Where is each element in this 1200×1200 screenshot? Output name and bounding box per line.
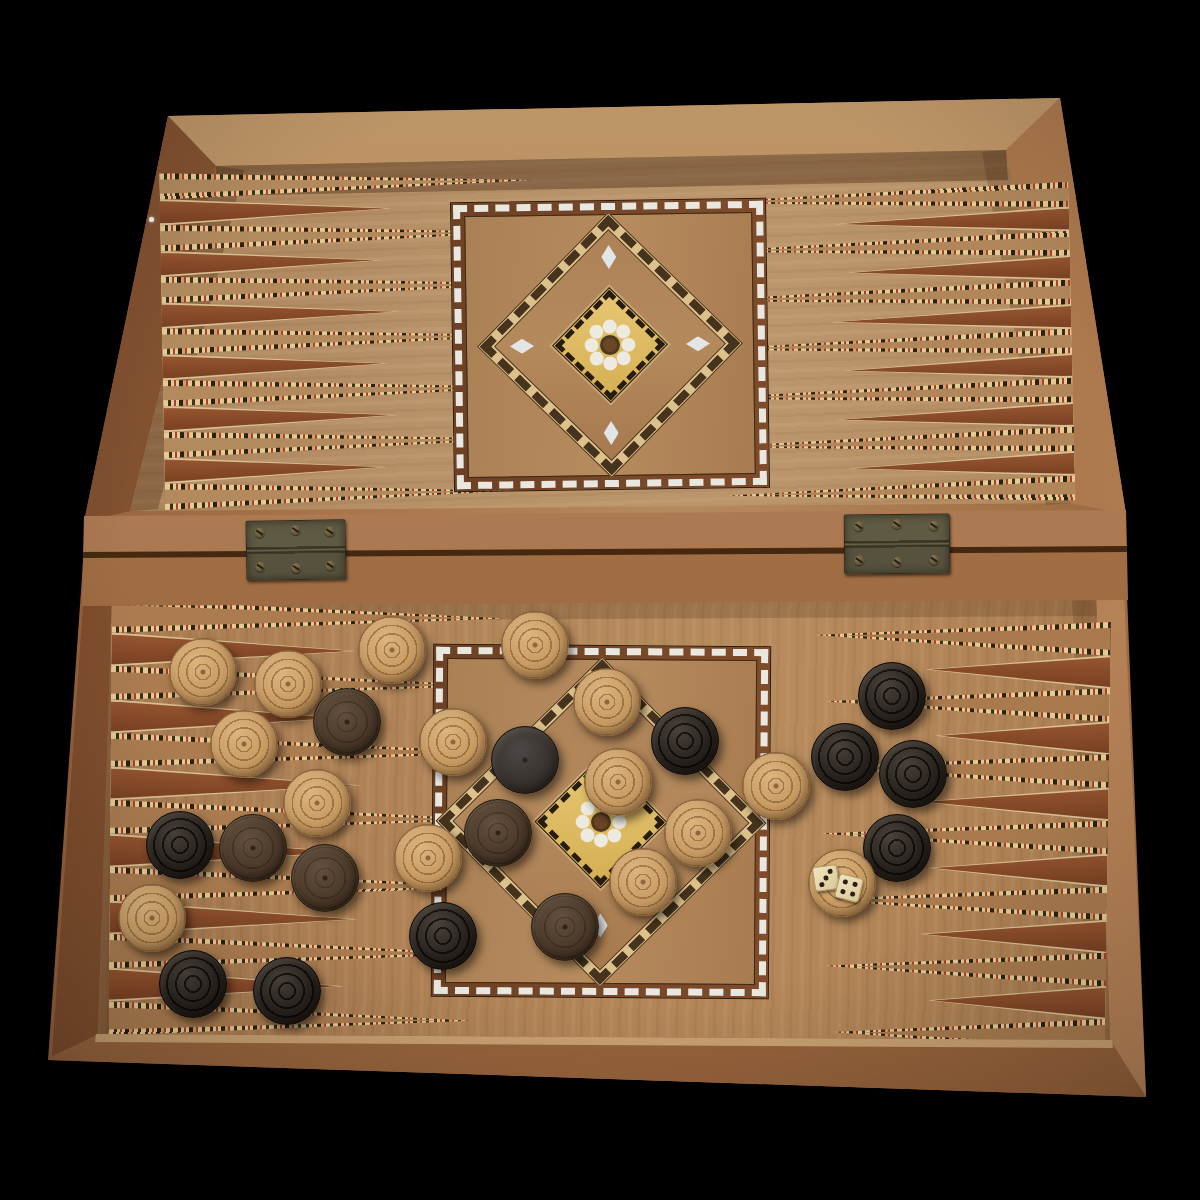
checker-light[interactable] [609, 848, 677, 916]
checker-light[interactable] [501, 611, 569, 679]
checker-light[interactable] [358, 616, 426, 684]
checker-light[interactable] [118, 884, 186, 952]
checker-dark[interactable] [651, 707, 719, 775]
backgammon-box-photo [0, 0, 1200, 1200]
checker-light[interactable] [573, 668, 641, 736]
checker-dark[interactable] [146, 811, 214, 879]
checker-light[interactable] [210, 710, 278, 778]
die-pip [852, 881, 858, 887]
checker-light[interactable] [394, 824, 462, 892]
checker-dark[interactable] [219, 814, 287, 882]
checker-dark[interactable] [858, 662, 926, 730]
die-pip [850, 891, 856, 897]
checker-light[interactable] [169, 638, 237, 706]
die-pip [827, 869, 833, 875]
checker-dark[interactable] [531, 893, 599, 961]
checker-light[interactable] [283, 769, 351, 837]
die-pip [842, 879, 848, 885]
die-pip [819, 882, 825, 888]
die-pip [823, 875, 829, 881]
checker-dark[interactable] [811, 723, 879, 791]
checker-light[interactable] [419, 708, 487, 776]
checker-light[interactable] [742, 752, 810, 820]
checker-dark[interactable] [159, 950, 227, 1018]
die-pip [840, 889, 846, 895]
checker-light[interactable] [254, 650, 322, 718]
checker-dark[interactable] [291, 844, 359, 912]
pieces-layer [0, 0, 1200, 1200]
checker-dark[interactable] [409, 902, 477, 970]
checker-dark[interactable] [313, 688, 381, 756]
checker-dark[interactable] [253, 957, 321, 1025]
checker-light[interactable] [584, 748, 652, 816]
checker-light[interactable] [664, 799, 732, 867]
checker-dark[interactable] [879, 740, 947, 808]
checker-dark[interactable] [491, 726, 559, 794]
checker-dark[interactable] [464, 799, 532, 867]
